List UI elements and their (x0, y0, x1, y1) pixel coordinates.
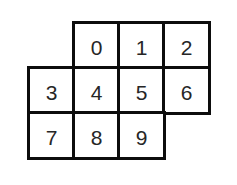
cell-3: 3 (29, 68, 74, 113)
cell-7: 7 (29, 113, 74, 158)
cell-5: 5 (119, 68, 164, 113)
puzzle-grid: 0123456789 (29, 23, 209, 158)
cell-6: 6 (164, 68, 209, 113)
diagram-canvas: 0123456789 (0, 0, 237, 185)
cell-2: 2 (164, 23, 209, 68)
cell-8: 8 (74, 113, 119, 158)
cell-0: 0 (74, 23, 119, 68)
cell-9: 9 (119, 113, 164, 158)
cell-1: 1 (119, 23, 164, 68)
cell-4: 4 (74, 68, 119, 113)
